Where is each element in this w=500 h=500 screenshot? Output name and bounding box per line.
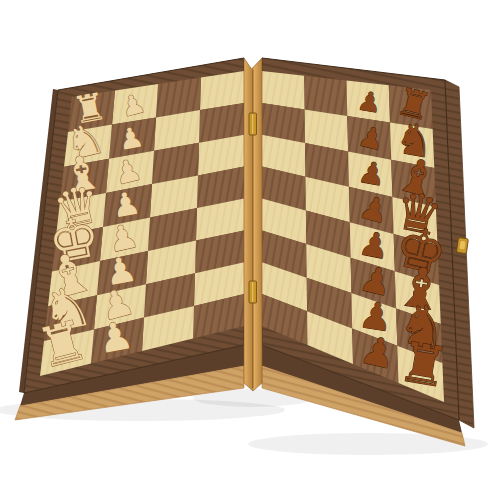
- folding-chess-board: ♟♜♟♞♟♝♟♛♟♚♟♝♟♞♟♜♟♜♟♞♟♝♟♛♟♚♟♝♟♞♟♜: [0, 0, 500, 500]
- product-photo-stage: ♟♜♟♞♟♝♟♛♟♚♟♝♟♞♟♜♟♜♟♞♟♝♟♛♟♚♟♝♟♞♟♜: [0, 0, 500, 500]
- board-square-right-r0-c0: [262, 71, 305, 109]
- board-square-right-r0-c1: [304, 76, 347, 116]
